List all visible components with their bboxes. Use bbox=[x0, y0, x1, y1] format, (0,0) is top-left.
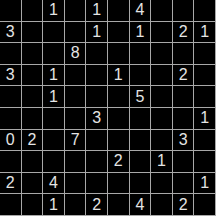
cell-r3-c5-clue[interactable]: 1 bbox=[108, 65, 130, 87]
cell-r7-c2[interactable] bbox=[43, 151, 65, 173]
cell-r1-c7[interactable] bbox=[151, 22, 173, 44]
cell-r0-c6-clue[interactable]: 4 bbox=[130, 0, 152, 22]
cell-r7-c7-clue[interactable]: 1 bbox=[151, 151, 173, 173]
cell-r1-c9-clue[interactable]: 1 bbox=[194, 22, 216, 44]
cell-r9-c1[interactable] bbox=[22, 194, 44, 216]
cell-r7-c4[interactable] bbox=[86, 151, 108, 173]
cell-r0-c0[interactable] bbox=[0, 0, 22, 22]
cell-r3-c0-clue[interactable]: 3 bbox=[0, 65, 22, 87]
cell-r7-c8[interactable] bbox=[173, 151, 195, 173]
cell-r2-c1[interactable] bbox=[22, 43, 44, 65]
cell-r8-c2-clue[interactable]: 4 bbox=[43, 173, 65, 195]
cell-r8-c9-clue[interactable]: 1 bbox=[194, 173, 216, 195]
cell-r5-c9-clue[interactable]: 1 bbox=[194, 108, 216, 130]
cell-r9-c3[interactable] bbox=[65, 194, 87, 216]
cell-r8-c5[interactable] bbox=[108, 173, 130, 195]
cell-r7-c0[interactable] bbox=[0, 151, 22, 173]
cell-r8-c0-clue[interactable]: 2 bbox=[0, 173, 22, 195]
cell-r6-c8-clue[interactable]: 3 bbox=[173, 130, 195, 152]
cell-r5-c5[interactable] bbox=[108, 108, 130, 130]
cell-r1-c8-clue[interactable]: 2 bbox=[173, 22, 195, 44]
cell-r1-c3[interactable] bbox=[65, 22, 87, 44]
cell-r0-c1[interactable] bbox=[22, 0, 44, 22]
cell-r1-c1[interactable] bbox=[22, 22, 44, 44]
cell-r1-c5[interactable] bbox=[108, 22, 130, 44]
cell-r0-c9[interactable] bbox=[194, 0, 216, 22]
cell-r7-c9[interactable] bbox=[194, 151, 216, 173]
cell-r4-c6-clue[interactable]: 5 bbox=[130, 86, 152, 108]
cell-r8-c8[interactable] bbox=[173, 173, 195, 195]
cell-r3-c1[interactable] bbox=[22, 65, 44, 87]
cell-r3-c8-clue[interactable]: 2 bbox=[173, 65, 195, 87]
cell-r7-c1[interactable] bbox=[22, 151, 44, 173]
cell-r8-c7[interactable] bbox=[151, 173, 173, 195]
cell-r3-c3[interactable] bbox=[65, 65, 87, 87]
cell-r0-c8[interactable] bbox=[173, 0, 195, 22]
cell-r5-c0[interactable] bbox=[0, 108, 22, 130]
cell-r4-c0[interactable] bbox=[0, 86, 22, 108]
cell-r2-c6[interactable] bbox=[130, 43, 152, 65]
cell-r8-c1[interactable] bbox=[22, 173, 44, 195]
cell-r9-c6-clue[interactable]: 4 bbox=[130, 194, 152, 216]
cell-r0-c3[interactable] bbox=[65, 0, 87, 22]
cell-r2-c3-clue[interactable]: 8 bbox=[65, 43, 87, 65]
cell-r6-c1-clue[interactable]: 2 bbox=[22, 130, 44, 152]
cell-r0-c2-clue[interactable]: 1 bbox=[43, 0, 65, 22]
cell-r8-c3[interactable] bbox=[65, 173, 87, 195]
cell-r0-c4-clue[interactable]: 1 bbox=[86, 0, 108, 22]
cell-r6-c7[interactable] bbox=[151, 130, 173, 152]
cell-r8-c4[interactable] bbox=[86, 173, 108, 195]
cell-r1-c6-clue[interactable]: 1 bbox=[130, 22, 152, 44]
cell-r3-c4[interactable] bbox=[86, 65, 108, 87]
cell-r9-c0[interactable] bbox=[0, 194, 22, 216]
cell-r2-c8[interactable] bbox=[173, 43, 195, 65]
cell-r6-c5[interactable] bbox=[108, 130, 130, 152]
cell-r5-c6[interactable] bbox=[130, 108, 152, 130]
cell-r4-c8[interactable] bbox=[173, 86, 195, 108]
cell-r4-c5[interactable] bbox=[108, 86, 130, 108]
cell-r9-c8-clue[interactable]: 2 bbox=[173, 194, 195, 216]
cell-r4-c4[interactable] bbox=[86, 86, 108, 108]
cell-r0-c7[interactable] bbox=[151, 0, 173, 22]
cell-r2-c5[interactable] bbox=[108, 43, 130, 65]
cell-r5-c4-clue[interactable]: 3 bbox=[86, 108, 108, 130]
cell-r6-c2[interactable] bbox=[43, 130, 65, 152]
cell-r2-c2[interactable] bbox=[43, 43, 65, 65]
cell-r4-c7[interactable] bbox=[151, 86, 173, 108]
cell-r9-c7[interactable] bbox=[151, 194, 173, 216]
cell-r6-c3-clue[interactable]: 7 bbox=[65, 130, 87, 152]
cell-r9-c5[interactable] bbox=[108, 194, 130, 216]
cell-r6-c4[interactable] bbox=[86, 130, 108, 152]
cell-r6-c0-clue[interactable]: 0 bbox=[0, 130, 22, 152]
cell-r6-c9[interactable] bbox=[194, 130, 216, 152]
puzzle-board: 114311218311215310273212411242 bbox=[0, 0, 216, 216]
cell-r9-c9[interactable] bbox=[194, 194, 216, 216]
cell-r3-c7[interactable] bbox=[151, 65, 173, 87]
cell-r0-c5[interactable] bbox=[108, 0, 130, 22]
cell-r3-c2-clue[interactable]: 1 bbox=[43, 65, 65, 87]
cell-r5-c7[interactable] bbox=[151, 108, 173, 130]
cell-r3-c6[interactable] bbox=[130, 65, 152, 87]
cell-r4-c1[interactable] bbox=[22, 86, 44, 108]
cell-r6-c6[interactable] bbox=[130, 130, 152, 152]
cell-r1-c0-clue[interactable]: 3 bbox=[0, 22, 22, 44]
cell-r2-c4[interactable] bbox=[86, 43, 108, 65]
cell-r7-c3[interactable] bbox=[65, 151, 87, 173]
cell-r2-c9[interactable] bbox=[194, 43, 216, 65]
cell-r1-c2[interactable] bbox=[43, 22, 65, 44]
cell-r5-c2[interactable] bbox=[43, 108, 65, 130]
cell-r4-c3[interactable] bbox=[65, 86, 87, 108]
cell-r5-c1[interactable] bbox=[22, 108, 44, 130]
cell-r5-c8[interactable] bbox=[173, 108, 195, 130]
cell-r2-c0[interactable] bbox=[0, 43, 22, 65]
cell-r4-c9[interactable] bbox=[194, 86, 216, 108]
cell-r3-c9[interactable] bbox=[194, 65, 216, 87]
cell-r9-c2-clue[interactable]: 1 bbox=[43, 194, 65, 216]
cell-r7-c5-clue[interactable]: 2 bbox=[108, 151, 130, 173]
cell-r4-c2-clue[interactable]: 1 bbox=[43, 86, 65, 108]
cell-r1-c4-clue[interactable]: 1 bbox=[86, 22, 108, 44]
cell-r5-c3[interactable] bbox=[65, 108, 87, 130]
cell-r7-c6[interactable] bbox=[130, 151, 152, 173]
cell-r9-c4-clue[interactable]: 2 bbox=[86, 194, 108, 216]
cell-r8-c6[interactable] bbox=[130, 173, 152, 195]
cell-r2-c7[interactable] bbox=[151, 43, 173, 65]
